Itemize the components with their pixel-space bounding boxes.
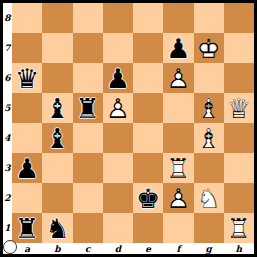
file-label-h: h — [224, 243, 254, 254]
white-piece-outline: ♘ — [194, 183, 224, 213]
square-f4[interactable] — [163, 123, 193, 153]
piece-white-rook-f3[interactable]: ♜♖ — [163, 153, 193, 183]
square-h1[interactable]: ♜♖ — [224, 213, 254, 243]
square-d6[interactable]: ♟ — [103, 63, 133, 93]
square-g6[interactable] — [194, 63, 224, 93]
chess-board: 87♟♚♔6♛♟♟♙5♝♜♟♙♝♗♛♕4♝♝♗3♟♜♖2♚♟♙♞♘1♜♞♜♖ab… — [3, 3, 254, 254]
square-g4[interactable]: ♝♗ — [194, 123, 224, 153]
rank-label-8: 8 — [3, 3, 12, 33]
piece-black-king-e2[interactable]: ♚ — [133, 183, 163, 213]
square-e5[interactable] — [133, 93, 163, 123]
rank-label-6: 6 — [3, 63, 12, 93]
rank-label-1: 1 — [3, 213, 12, 243]
piece-black-pawn-d6[interactable]: ♟ — [103, 63, 133, 93]
file-label-e: e — [133, 243, 163, 254]
white-piece-outline: ♖ — [163, 153, 193, 183]
white-piece-outline: ♕ — [224, 93, 254, 123]
square-e1[interactable] — [133, 213, 163, 243]
square-f1[interactable] — [163, 213, 193, 243]
piece-white-bishop-g5[interactable]: ♝♗ — [194, 93, 224, 123]
square-e7[interactable] — [133, 33, 163, 63]
square-d3[interactable] — [103, 153, 133, 183]
white-piece-outline: ♙ — [103, 93, 133, 123]
white-piece-outline: ♔ — [194, 33, 224, 63]
square-e3[interactable] — [133, 153, 163, 183]
square-b3[interactable] — [42, 153, 72, 183]
square-a7[interactable] — [12, 33, 42, 63]
square-a5[interactable] — [12, 93, 42, 123]
rank-label-4: 4 — [3, 123, 12, 153]
piece-black-rook-c5[interactable]: ♜ — [73, 93, 103, 123]
square-d4[interactable] — [103, 123, 133, 153]
square-g7[interactable]: ♚♔ — [194, 33, 224, 63]
square-d8[interactable] — [103, 3, 133, 33]
square-c8[interactable] — [73, 3, 103, 33]
square-e8[interactable] — [133, 3, 163, 33]
piece-black-pawn-f7[interactable]: ♟ — [163, 33, 193, 63]
square-f3[interactable]: ♜♖ — [163, 153, 193, 183]
square-e2[interactable]: ♚ — [133, 183, 163, 213]
square-g3[interactable] — [194, 153, 224, 183]
square-h8[interactable] — [224, 3, 254, 33]
square-d2[interactable] — [103, 183, 133, 213]
piece-black-rook-a1[interactable]: ♜ — [12, 213, 42, 243]
piece-black-knight-b1[interactable]: ♞ — [42, 213, 72, 243]
square-c2[interactable] — [73, 183, 103, 213]
square-f6[interactable]: ♟♙ — [163, 63, 193, 93]
square-d7[interactable] — [103, 33, 133, 63]
square-b8[interactable] — [42, 3, 72, 33]
rank-label-5: 5 — [3, 93, 12, 123]
square-c4[interactable] — [73, 123, 103, 153]
square-h6[interactable] — [224, 63, 254, 93]
piece-white-rook-h1[interactable]: ♜♖ — [224, 213, 254, 243]
file-label-f: f — [163, 243, 193, 254]
piece-white-knight-g2[interactable]: ♞♘ — [194, 183, 224, 213]
square-c1[interactable] — [73, 213, 103, 243]
white-piece-outline: ♖ — [224, 213, 254, 243]
square-e4[interactable] — [133, 123, 163, 153]
white-piece-outline: ♙ — [163, 63, 193, 93]
square-h4[interactable] — [224, 123, 254, 153]
square-c5[interactable]: ♜ — [73, 93, 103, 123]
square-e6[interactable] — [133, 63, 163, 93]
square-g8[interactable] — [194, 3, 224, 33]
piece-black-bishop-b4[interactable]: ♝ — [42, 123, 72, 153]
square-g5[interactable]: ♝♗ — [194, 93, 224, 123]
file-label-c: c — [73, 243, 103, 254]
piece-white-pawn-d5[interactable]: ♟♙ — [103, 93, 133, 123]
square-a1[interactable]: ♜ — [12, 213, 42, 243]
piece-white-queen-h5[interactable]: ♛♕ — [224, 93, 254, 123]
square-b4[interactable]: ♝ — [42, 123, 72, 153]
rank-label-3: 3 — [3, 153, 12, 183]
white-piece-outline: ♙ — [163, 183, 193, 213]
piece-black-bishop-b5[interactable]: ♝ — [42, 93, 72, 123]
square-g2[interactable]: ♞♘ — [194, 183, 224, 213]
square-h3[interactable] — [224, 153, 254, 183]
piece-white-pawn-f6[interactable]: ♟♙ — [163, 63, 193, 93]
rank-label-2: 2 — [3, 183, 12, 213]
square-a2[interactable] — [12, 183, 42, 213]
piece-white-bishop-g4[interactable]: ♝♗ — [194, 123, 224, 153]
square-b1[interactable]: ♞ — [42, 213, 72, 243]
rank-label-7: 7 — [3, 33, 12, 63]
square-f2[interactable]: ♟♙ — [163, 183, 193, 213]
square-b7[interactable] — [42, 33, 72, 63]
square-a4[interactable] — [12, 123, 42, 153]
piece-white-pawn-f2[interactable]: ♟♙ — [163, 183, 193, 213]
square-h7[interactable] — [224, 33, 254, 63]
white-piece-outline: ♗ — [194, 123, 224, 153]
file-label-g: g — [194, 243, 224, 254]
square-f7[interactable]: ♟ — [163, 33, 193, 63]
square-d5[interactable]: ♟♙ — [103, 93, 133, 123]
white-piece-outline: ♗ — [194, 93, 224, 123]
square-d1[interactable] — [103, 213, 133, 243]
square-f8[interactable] — [163, 3, 193, 33]
square-h5[interactable]: ♛♕ — [224, 93, 254, 123]
piece-white-king-g7[interactable]: ♚♔ — [194, 33, 224, 63]
file-label-d: d — [103, 243, 133, 254]
square-f5[interactable] — [163, 93, 193, 123]
square-b5[interactable]: ♝ — [42, 93, 72, 123]
square-c3[interactable] — [73, 153, 103, 183]
piece-black-queen-a6[interactable]: ♛ — [12, 63, 42, 93]
square-a8[interactable] — [12, 3, 42, 33]
square-c6[interactable] — [73, 63, 103, 93]
square-a3[interactable]: ♟ — [12, 153, 42, 183]
square-h2[interactable] — [224, 183, 254, 213]
file-label-b: b — [42, 243, 72, 254]
square-g1[interactable] — [194, 213, 224, 243]
white-to-move-indicator — [3, 240, 17, 254]
chess-diagram-frame: 87♟♚♔6♛♟♟♙5♝♜♟♙♝♗♛♕4♝♝♗3♟♜♖2♚♟♙♞♘1♜♞♜♖ab… — [0, 0, 257, 257]
square-b6[interactable] — [42, 63, 72, 93]
square-b2[interactable] — [42, 183, 72, 213]
square-a6[interactable]: ♛ — [12, 63, 42, 93]
square-c7[interactable] — [73, 33, 103, 63]
piece-black-pawn-a3[interactable]: ♟ — [12, 153, 42, 183]
